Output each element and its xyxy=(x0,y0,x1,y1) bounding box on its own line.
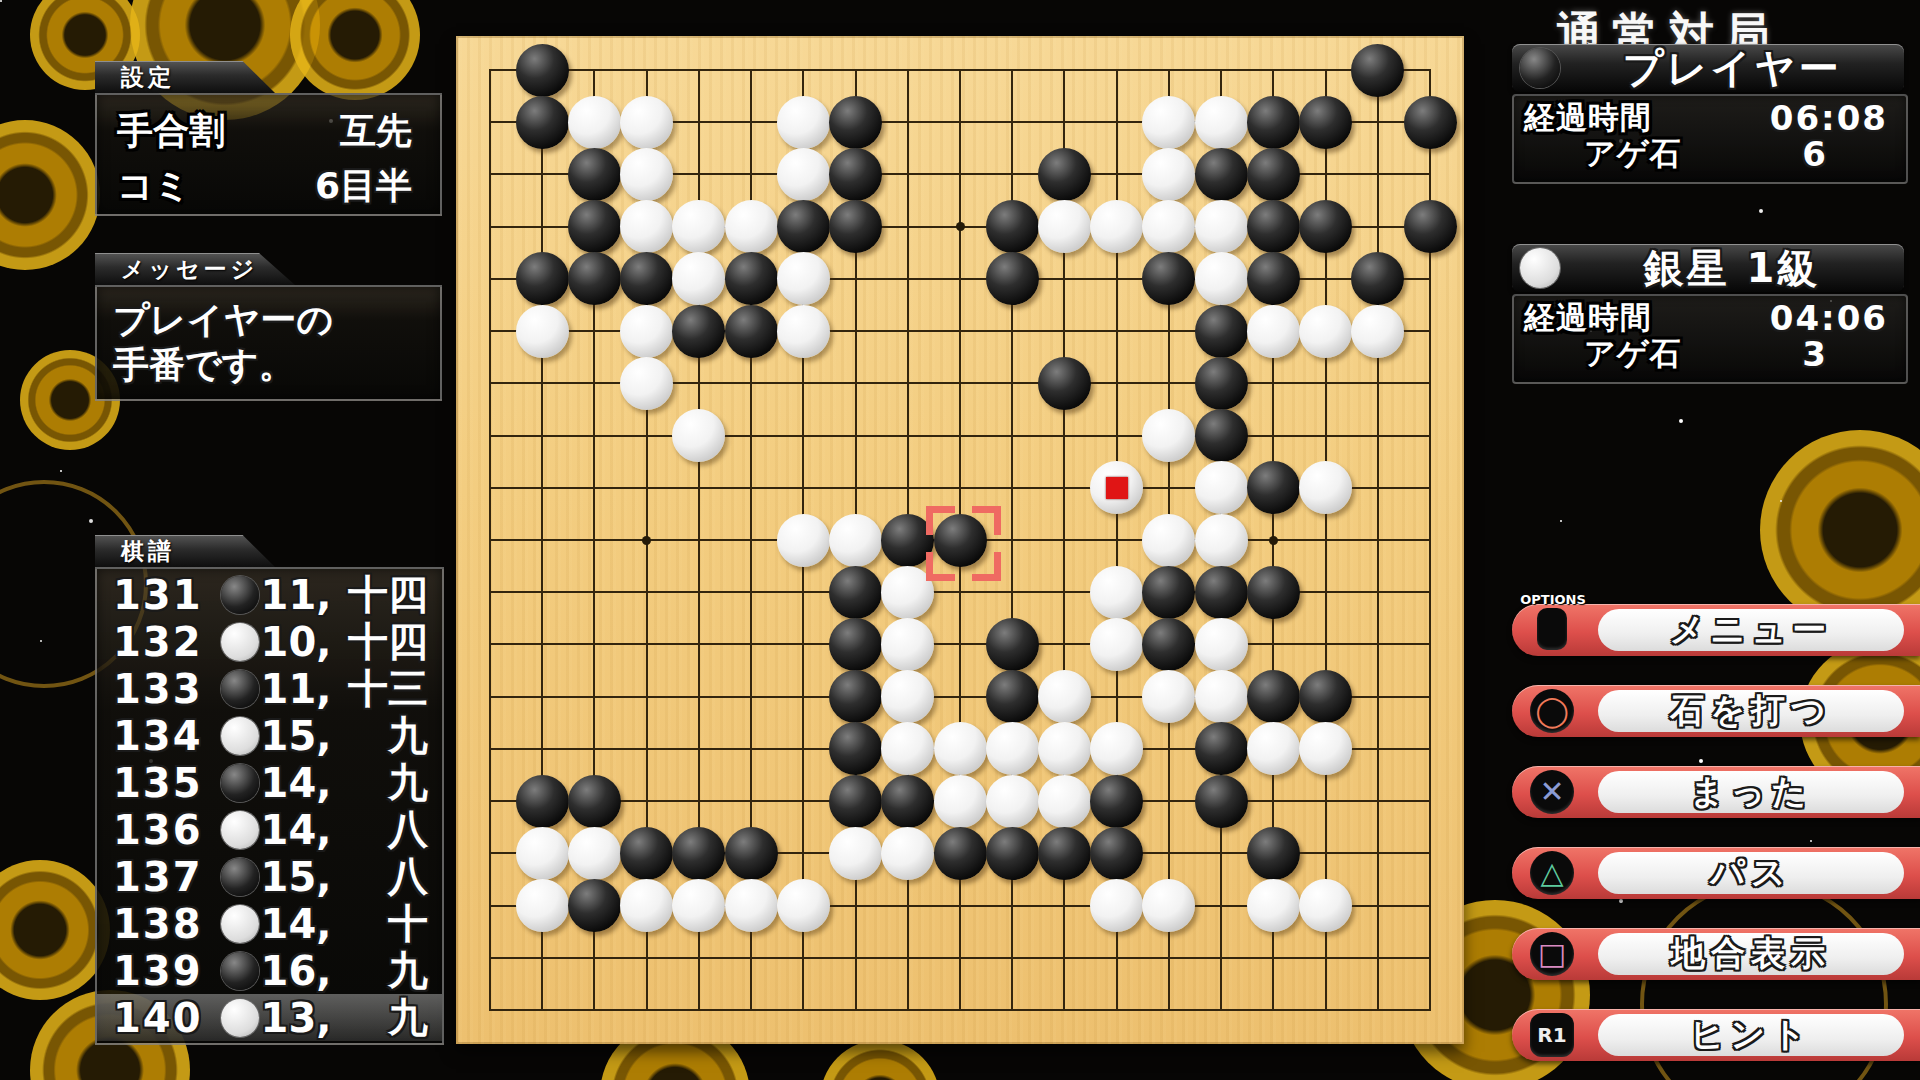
komi-value: 6目半 xyxy=(315,162,412,211)
hint-button[interactable]: R1ヒント xyxy=(1512,1009,1920,1061)
player-white-name: 銀星 1級 xyxy=(1560,241,1904,296)
move-list-row[interactable]: 13814,十 xyxy=(97,900,442,947)
black-stone-icon xyxy=(221,952,261,990)
black-stone xyxy=(725,252,778,305)
grid-line xyxy=(1377,69,1379,1011)
white-stone xyxy=(1090,200,1143,253)
white-stone xyxy=(516,827,569,880)
white-stone xyxy=(1299,879,1352,932)
white-stone xyxy=(1195,618,1248,671)
black-stone xyxy=(1195,148,1248,201)
button-label: 地合表示 xyxy=(1671,931,1831,977)
black-stone xyxy=(516,775,569,828)
black-stone xyxy=(829,670,882,723)
white-stone xyxy=(934,722,987,775)
white-stone xyxy=(934,775,987,828)
white-stone xyxy=(1038,200,1091,253)
button-label: ヒント xyxy=(1690,1012,1812,1058)
black-stone xyxy=(881,775,934,828)
white-stone-icon xyxy=(221,623,261,661)
move-col: 10, xyxy=(261,619,332,665)
white-stone xyxy=(1247,722,1300,775)
black-stone xyxy=(934,827,987,880)
white-stone xyxy=(620,305,673,358)
white-stone xyxy=(620,357,673,410)
grid-line xyxy=(489,957,1431,959)
button-label-pill: パス xyxy=(1598,852,1904,894)
white-stone xyxy=(620,148,673,201)
gold-flower-ornament xyxy=(1760,430,1920,630)
white-stone xyxy=(1247,879,1300,932)
white-stone xyxy=(516,879,569,932)
message-text: プレイヤーの 手番です。 xyxy=(97,287,440,387)
black-stone xyxy=(1247,96,1300,149)
white-stone-icon xyxy=(221,717,261,755)
black-stone xyxy=(777,200,830,253)
white-stone xyxy=(725,200,778,253)
white-stone xyxy=(1038,775,1091,828)
player-black-stats: 経過時間 06:08 アゲ石 6 xyxy=(1512,94,1908,184)
button-label-pill: 石を打つ xyxy=(1598,690,1904,732)
settings-panel: 手合割 互先 コミ 6目半 xyxy=(95,93,442,216)
white-stone xyxy=(1142,96,1195,149)
white-stone-icon xyxy=(1520,248,1560,288)
move-number: 134 xyxy=(113,713,221,759)
board-cursor[interactable] xyxy=(972,552,1001,581)
board-cursor[interactable] xyxy=(972,506,1001,535)
white-stone xyxy=(777,305,830,358)
black-stone xyxy=(829,200,882,253)
black-stone xyxy=(568,200,621,253)
gold-flower-ornament xyxy=(0,120,100,270)
black-stone xyxy=(1195,722,1248,775)
move-number: 133 xyxy=(113,666,221,712)
white-stone xyxy=(620,879,673,932)
handicap-row: 手合割 互先 xyxy=(97,107,440,156)
move-col: 11, xyxy=(261,666,332,712)
move-list-row[interactable]: 13415,九 xyxy=(97,712,442,759)
white-stone xyxy=(777,96,830,149)
board-cursor[interactable] xyxy=(926,506,955,535)
move-number: 137 xyxy=(113,854,221,900)
grid-line xyxy=(489,1009,1431,1011)
black-stone xyxy=(725,305,778,358)
black-stone xyxy=(1404,96,1457,149)
button-label-pill: まった xyxy=(1598,771,1904,813)
black-stone xyxy=(1038,357,1091,410)
white-time-value: 04:06 xyxy=(1770,298,1888,338)
gold-flower-ornament xyxy=(0,860,110,1000)
white-stone xyxy=(1195,461,1248,514)
black-stone xyxy=(1038,827,1091,880)
black-stone xyxy=(1404,200,1457,253)
black-stone xyxy=(1247,670,1300,723)
message-tab: メッセージ xyxy=(95,253,295,285)
white-stone xyxy=(986,775,1039,828)
komi-label: コミ xyxy=(117,162,191,211)
record-panel: 13111,十四13210,十四13311,十三13415,九13514,九13… xyxy=(95,567,444,1045)
black-stone xyxy=(568,879,621,932)
player-black-name: プレイヤー xyxy=(1560,41,1904,96)
message-panel: プレイヤーの 手番です。 xyxy=(95,285,442,401)
white-stone xyxy=(1247,305,1300,358)
black-stone xyxy=(1195,357,1248,410)
black-stone xyxy=(672,827,725,880)
white-stone xyxy=(620,96,673,149)
white-stone xyxy=(1195,252,1248,305)
board-cursor[interactable] xyxy=(926,552,955,581)
black-stone-icon xyxy=(221,670,261,708)
black-stone xyxy=(1247,148,1300,201)
white-stone xyxy=(1351,305,1404,358)
white-stone xyxy=(829,827,882,880)
move-list-row[interactable]: 13916,九 xyxy=(97,947,442,994)
white-stone xyxy=(1090,566,1143,619)
last-move-marker xyxy=(1106,477,1128,499)
black-stone xyxy=(986,618,1039,671)
move-number: 135 xyxy=(113,760,221,806)
black-stone xyxy=(1195,775,1248,828)
white-stone-icon xyxy=(221,999,261,1037)
undo-button[interactable]: ✕まった xyxy=(1512,766,1920,818)
territory-button[interactable]: □地合表示 xyxy=(1512,928,1920,980)
star-speckles xyxy=(0,0,2,2)
white-stone xyxy=(725,879,778,932)
gold-flower-ornament xyxy=(290,0,420,100)
black-stone xyxy=(829,148,882,201)
black-stone xyxy=(1090,827,1143,880)
white-stone xyxy=(881,827,934,880)
black-stone xyxy=(1142,566,1195,619)
move-number: 132 xyxy=(113,619,221,665)
white-stone xyxy=(1195,514,1248,567)
black-stone xyxy=(829,618,882,671)
place-stone-button[interactable]: ◯石を打つ xyxy=(1512,685,1920,737)
white-stone-icon xyxy=(221,811,261,849)
black-stone-icon xyxy=(221,576,261,614)
black-stone xyxy=(516,252,569,305)
menu-button[interactable]: OPTIONSメニュー xyxy=(1512,604,1920,656)
black-captures-value: 6 xyxy=(1802,134,1828,174)
black-stone xyxy=(986,200,1039,253)
black-stone xyxy=(1090,775,1143,828)
move-col: 16, xyxy=(261,948,332,994)
white-stone xyxy=(1038,722,1091,775)
options-icon-label: OPTIONS xyxy=(1518,592,1588,607)
move-col: 15, xyxy=(261,713,332,759)
black-stone xyxy=(1299,96,1352,149)
move-number: 138 xyxy=(113,901,221,947)
black-stone xyxy=(568,252,621,305)
move-col: 14, xyxy=(261,760,332,806)
game-screen: 通常対局 設定 手合割 互先 コミ 6目半 メッセージ プレイヤーの 手番です。… xyxy=(0,0,1920,1080)
black-stone xyxy=(1299,670,1352,723)
black-stone xyxy=(1299,200,1352,253)
pass-button[interactable]: △パス xyxy=(1512,847,1920,899)
white-stone xyxy=(881,618,934,671)
r1-button-icon: R1 xyxy=(1530,1013,1574,1057)
white-stone xyxy=(777,879,830,932)
white-stone xyxy=(1195,96,1248,149)
black-time-value: 06:08 xyxy=(1770,98,1888,138)
white-stone xyxy=(986,722,1039,775)
black-stone xyxy=(1195,305,1248,358)
move-col: 14, xyxy=(261,901,332,947)
black-stone-icon xyxy=(221,858,261,896)
black-stone xyxy=(986,827,1039,880)
move-list[interactable]: 13111,十四13210,十四13311,十三13415,九13514,九13… xyxy=(97,571,442,1041)
gold-flower-ornament xyxy=(820,1040,940,1080)
button-label-pill: 地合表示 xyxy=(1598,933,1904,975)
black-stone xyxy=(672,305,725,358)
handicap-label: 手合割 xyxy=(117,107,225,156)
white-stone xyxy=(777,252,830,305)
white-stone xyxy=(777,514,830,567)
move-number: 140 xyxy=(113,995,221,1041)
move-number: 139 xyxy=(113,948,221,994)
player-white-stats: 経過時間 04:06 アゲ石 3 xyxy=(1512,294,1908,384)
move-row: 九 xyxy=(331,990,428,1045)
white-stone xyxy=(516,305,569,358)
white-stone xyxy=(1195,200,1248,253)
move-col: 13, xyxy=(261,995,332,1041)
circle-button-icon: ◯ xyxy=(1530,689,1574,733)
white-stone xyxy=(1299,461,1352,514)
move-list-row[interactable]: 13210,十四 xyxy=(97,618,442,665)
button-label: メニュー xyxy=(1670,607,1832,653)
black-stone xyxy=(1195,566,1248,619)
record-tab: 棋譜 xyxy=(95,535,275,567)
move-list-row[interactable]: 13514,九 xyxy=(97,759,442,806)
white-stone xyxy=(568,827,621,880)
star-point xyxy=(956,222,965,231)
black-stone xyxy=(568,148,621,201)
star-point xyxy=(1269,536,1278,545)
black-stone xyxy=(1247,566,1300,619)
black-stone xyxy=(1247,461,1300,514)
white-stone xyxy=(568,96,621,149)
black-captures-label: アゲ石 xyxy=(1584,133,1681,175)
black-stone xyxy=(1247,827,1300,880)
black-stone-icon xyxy=(1520,48,1560,88)
player-black-panel: プレイヤー xyxy=(1512,44,1904,92)
move-list-row[interactable]: 13715,八 xyxy=(97,853,442,900)
white-captures-label: アゲ石 xyxy=(1584,333,1681,375)
move-list-row[interactable]: 13311,十三 xyxy=(97,665,442,712)
options-button-icon xyxy=(1537,608,1567,650)
black-stone xyxy=(620,827,673,880)
white-stone xyxy=(829,514,882,567)
move-list-row[interactable]: 13111,十四 xyxy=(97,571,442,618)
white-stone-icon xyxy=(221,905,261,943)
white-captures-value: 3 xyxy=(1802,334,1828,374)
move-list-row[interactable]: 13614,八 xyxy=(97,806,442,853)
komi-row: コミ 6目半 xyxy=(97,162,440,211)
black-stone xyxy=(1247,200,1300,253)
white-stone xyxy=(1038,670,1091,723)
black-stone xyxy=(1142,618,1195,671)
white-stone xyxy=(620,200,673,253)
black-stone xyxy=(986,252,1039,305)
move-col: 15, xyxy=(261,854,332,900)
move-number: 131 xyxy=(113,572,221,618)
black-stone xyxy=(829,775,882,828)
cross-button-icon: ✕ xyxy=(1530,770,1574,814)
move-col: 14, xyxy=(261,807,332,853)
black-stone xyxy=(516,96,569,149)
move-number: 136 xyxy=(113,807,221,853)
black-stone xyxy=(516,44,569,97)
white-stone xyxy=(1142,514,1195,567)
triangle-button-icon: △ xyxy=(1530,851,1574,895)
black-stone xyxy=(829,566,882,619)
white-stone xyxy=(1299,305,1352,358)
black-stone xyxy=(1038,148,1091,201)
button-label: まった xyxy=(1690,769,1812,815)
black-stone xyxy=(829,96,882,149)
handicap-value: 互先 xyxy=(340,107,412,156)
move-col: 11, xyxy=(261,572,332,618)
white-stone xyxy=(1195,670,1248,723)
button-label: パス xyxy=(1710,850,1792,896)
white-stone xyxy=(1142,148,1195,201)
move-list-row[interactable]: 14013,九 xyxy=(97,994,442,1041)
white-stone xyxy=(777,148,830,201)
black-stone xyxy=(986,670,1039,723)
black-stone xyxy=(1195,409,1248,462)
black-stone xyxy=(725,827,778,880)
button-label-pill: ヒント xyxy=(1598,1014,1904,1056)
black-stone-icon xyxy=(221,764,261,802)
black-stone xyxy=(1247,252,1300,305)
grid-line xyxy=(489,643,1431,645)
black-stone xyxy=(568,775,621,828)
player-white-panel: 銀星 1級 xyxy=(1512,244,1904,292)
square-button-icon: □ xyxy=(1530,932,1574,976)
white-stone xyxy=(1090,618,1143,671)
star-point xyxy=(642,536,651,545)
black-stone xyxy=(1351,44,1404,97)
button-label-pill: メニュー xyxy=(1598,609,1904,651)
white-stone xyxy=(1090,879,1143,932)
button-label: 石を打つ xyxy=(1670,688,1832,734)
go-board[interactable] xyxy=(456,36,1464,1044)
